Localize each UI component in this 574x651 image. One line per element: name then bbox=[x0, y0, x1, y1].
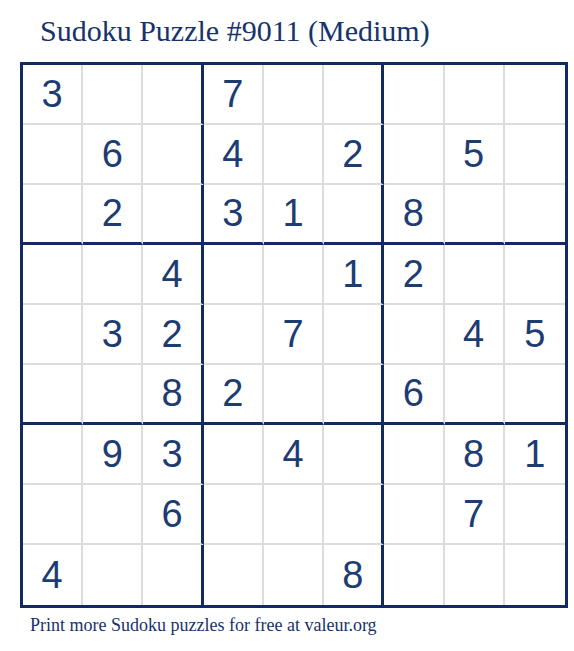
cell-r2c3 bbox=[143, 125, 203, 185]
cell-r1c2 bbox=[83, 65, 143, 125]
cell-r3c3 bbox=[143, 185, 203, 245]
cell-r3c1 bbox=[23, 185, 83, 245]
cell-r2c9 bbox=[505, 125, 565, 185]
cell-r7c3: 3 bbox=[143, 425, 203, 485]
cell-r2c8: 5 bbox=[445, 125, 505, 185]
cell-r4c8 bbox=[445, 245, 505, 305]
sudoku-board: 376425231841232745826934816748 bbox=[20, 62, 568, 608]
cell-r6c1 bbox=[23, 365, 83, 425]
cell-r8c6 bbox=[324, 485, 384, 545]
cell-r6c7: 6 bbox=[384, 365, 444, 425]
cell-r7c7 bbox=[384, 425, 444, 485]
cell-r1c8 bbox=[445, 65, 505, 125]
cell-r3c2: 2 bbox=[83, 185, 143, 245]
cell-r1c6 bbox=[324, 65, 384, 125]
cell-r7c2: 9 bbox=[83, 425, 143, 485]
cell-r2c5 bbox=[264, 125, 324, 185]
cell-r8c1 bbox=[23, 485, 83, 545]
footer-text: Print more Sudoku puzzles for free at va… bbox=[30, 615, 377, 636]
cell-r4c4 bbox=[204, 245, 264, 305]
cell-r5c9: 5 bbox=[505, 305, 565, 365]
page-title: Sudoku Puzzle #9011 (Medium) bbox=[40, 14, 430, 48]
cell-r7c8: 8 bbox=[445, 425, 505, 485]
cell-r5c8: 4 bbox=[445, 305, 505, 365]
cell-r4c6: 1 bbox=[324, 245, 384, 305]
cell-r9c8 bbox=[445, 545, 505, 605]
cell-r9c2 bbox=[83, 545, 143, 605]
cell-r4c2 bbox=[83, 245, 143, 305]
cell-r8c9 bbox=[505, 485, 565, 545]
cell-r2c1 bbox=[23, 125, 83, 185]
cell-r8c5 bbox=[264, 485, 324, 545]
cell-r6c4: 2 bbox=[204, 365, 264, 425]
cell-r8c7 bbox=[384, 485, 444, 545]
cell-r5c2: 3 bbox=[83, 305, 143, 365]
cell-r6c8 bbox=[445, 365, 505, 425]
cell-r6c6 bbox=[324, 365, 384, 425]
cell-r9c9 bbox=[505, 545, 565, 605]
cell-r8c4 bbox=[204, 485, 264, 545]
cell-r8c2 bbox=[83, 485, 143, 545]
cell-r5c3: 2 bbox=[143, 305, 203, 365]
cell-r9c3 bbox=[143, 545, 203, 605]
cell-r8c3: 6 bbox=[143, 485, 203, 545]
cell-r3c4: 3 bbox=[204, 185, 264, 245]
cell-r3c6 bbox=[324, 185, 384, 245]
cell-r3c7: 8 bbox=[384, 185, 444, 245]
cell-r5c4 bbox=[204, 305, 264, 365]
cell-r4c1 bbox=[23, 245, 83, 305]
cell-r6c3: 8 bbox=[143, 365, 203, 425]
cell-r1c4: 7 bbox=[204, 65, 264, 125]
cell-r6c2 bbox=[83, 365, 143, 425]
cell-r6c9 bbox=[505, 365, 565, 425]
cell-r7c9: 1 bbox=[505, 425, 565, 485]
cell-r1c3 bbox=[143, 65, 203, 125]
cell-r2c6: 2 bbox=[324, 125, 384, 185]
cell-r3c9 bbox=[505, 185, 565, 245]
cell-r5c6 bbox=[324, 305, 384, 365]
cell-r4c9 bbox=[505, 245, 565, 305]
cell-r5c5: 7 bbox=[264, 305, 324, 365]
cell-r7c6 bbox=[324, 425, 384, 485]
cell-r4c3: 4 bbox=[143, 245, 203, 305]
cell-r3c5: 1 bbox=[264, 185, 324, 245]
cell-r6c5 bbox=[264, 365, 324, 425]
cell-r1c5 bbox=[264, 65, 324, 125]
cell-r1c7 bbox=[384, 65, 444, 125]
cell-r1c9 bbox=[505, 65, 565, 125]
cell-r8c8: 7 bbox=[445, 485, 505, 545]
cell-r5c7 bbox=[384, 305, 444, 365]
cell-r7c5: 4 bbox=[264, 425, 324, 485]
cell-r9c5 bbox=[264, 545, 324, 605]
cell-r2c7 bbox=[384, 125, 444, 185]
cell-r9c6: 8 bbox=[324, 545, 384, 605]
cell-r1c1: 3 bbox=[23, 65, 83, 125]
cell-r2c2: 6 bbox=[83, 125, 143, 185]
cell-r4c7: 2 bbox=[384, 245, 444, 305]
cell-r4c5 bbox=[264, 245, 324, 305]
cell-r5c1 bbox=[23, 305, 83, 365]
cell-r2c4: 4 bbox=[204, 125, 264, 185]
cell-r9c1: 4 bbox=[23, 545, 83, 605]
cell-r9c4 bbox=[204, 545, 264, 605]
cell-r3c8 bbox=[445, 185, 505, 245]
cell-r7c4 bbox=[204, 425, 264, 485]
cell-r9c7 bbox=[384, 545, 444, 605]
cell-r7c1 bbox=[23, 425, 83, 485]
